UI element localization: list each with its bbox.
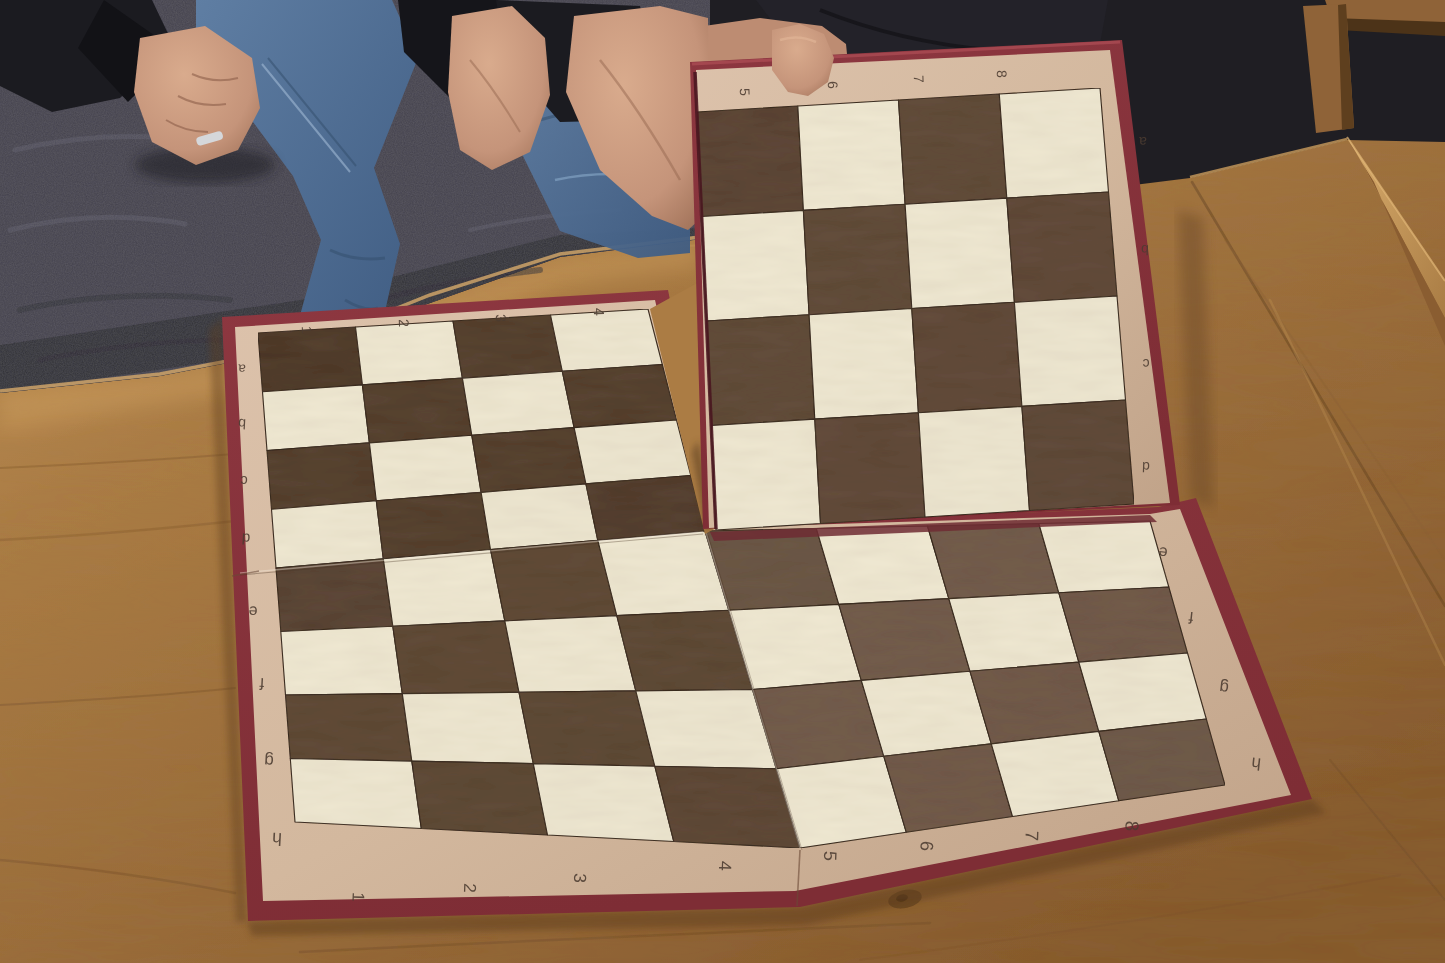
square-d5: [711, 419, 820, 530]
square-d2: [376, 492, 490, 558]
square-d3: [481, 484, 598, 550]
square-a5: [697, 106, 803, 217]
coord-label-raised-top-numbers-3: 8: [994, 70, 1010, 79]
square-g7: [970, 662, 1099, 744]
square-e6: [816, 526, 949, 604]
square-g8: [1079, 653, 1207, 731]
square-h4: [655, 766, 800, 848]
coord-label-flat-right-letters-2: g: [1218, 678, 1229, 698]
photo-scene: 12345678abcdefgh12345678efghabcd: [0, 0, 1445, 963]
square-a2: [356, 321, 463, 385]
coord-label-raised-right-letters-2: c: [1142, 356, 1150, 372]
square-a6: [798, 100, 905, 210]
square-f8: [1059, 587, 1188, 662]
coord-label-left-letters-6: g: [264, 751, 274, 770]
square-h2: [412, 761, 548, 835]
square-f2: [393, 621, 519, 694]
square-a7: [899, 94, 1007, 204]
coord-label-flat-top-numbers-1: 2: [396, 319, 412, 328]
square-b1: [263, 385, 370, 451]
square-a3: [453, 315, 562, 378]
square-g4: [636, 690, 777, 769]
scene-canvas: 12345678abcdefgh12345678efghabcd: [0, 0, 1445, 963]
square-c5: [707, 315, 815, 426]
coord-label-bottom-numbers-3: 4: [715, 861, 735, 872]
square-h3: [533, 764, 674, 842]
coord-label-bottom-numbers-7: 8: [1121, 820, 1142, 831]
square-b8: [1007, 192, 1117, 302]
coord-label-raised-right-letters-0: a: [1139, 134, 1148, 150]
square-d8: [1022, 400, 1134, 511]
square-c1: [267, 443, 376, 509]
coord-label-left-letters-4: e: [248, 603, 258, 620]
coord-label-flat-top-numbers-3: 4: [591, 308, 607, 317]
coord-label-left-letters-0: a: [237, 361, 246, 376]
coord-label-left-letters-2: c: [240, 473, 248, 489]
coord-label-raised-right-letters-1: b: [1141, 242, 1150, 258]
square-h1: [290, 759, 421, 829]
coord-label-bottom-numbers-0: 1: [348, 892, 367, 902]
square-g1: [286, 694, 412, 762]
coord-label-left-letters-3: d: [241, 530, 250, 547]
coord-label-flat-top-numbers-2: 3: [493, 314, 509, 323]
square-f6: [839, 599, 970, 681]
coord-label-bottom-numbers-6: 7: [1021, 830, 1042, 841]
coord-label-raised-top-numbers-1: 6: [825, 81, 841, 90]
coord-label-flat-right-letters-0: e: [1158, 544, 1169, 562]
coord-label-bottom-numbers-4: 5: [820, 851, 840, 862]
square-c3: [472, 428, 586, 493]
square-b4: [562, 365, 676, 428]
coord-label-raised-top-numbers-0: 5: [737, 88, 753, 97]
square-a4: [551, 309, 663, 371]
square-d7: [918, 406, 1029, 517]
square-f1: [281, 626, 403, 695]
square-c4: [574, 420, 691, 484]
square-e7: [928, 524, 1059, 599]
coord-label-bottom-numbers-2: 3: [570, 873, 590, 883]
square-b7: [905, 198, 1014, 308]
square-d4: [586, 476, 705, 541]
square-b5: [702, 210, 809, 321]
square-f7: [949, 593, 1079, 672]
raised-squares: [697, 88, 1134, 530]
coord-label-raised-right-letters-3: d: [1142, 459, 1150, 475]
square-h7: [991, 731, 1119, 816]
square-c8: [1014, 296, 1125, 406]
coord-label-flat-top-numbers-0: 1: [299, 326, 315, 335]
square-a1: [258, 327, 362, 392]
square-g3: [519, 691, 655, 766]
coord-label-left-letters-1: b: [238, 416, 247, 432]
coord-label-left-letters-7: h: [272, 829, 283, 849]
coord-label-bottom-numbers-5: 6: [916, 841, 937, 852]
square-b3: [462, 371, 574, 435]
square-d1: [272, 501, 384, 568]
coord-label-raised-top-numbers-2: 7: [911, 75, 927, 84]
square-c7: [912, 302, 1022, 413]
square-g6: [861, 671, 991, 756]
square-e3: [491, 540, 617, 621]
square-g2: [402, 692, 533, 763]
square-c6: [809, 309, 918, 420]
square-d6: [815, 413, 925, 524]
square-h6: [884, 744, 1013, 832]
square-b6: [803, 204, 911, 314]
square-c2: [369, 435, 481, 501]
square-e8: [1039, 521, 1169, 593]
board-raised-panel: [690, 40, 1180, 530]
coord-label-bottom-numbers-1: 2: [460, 883, 480, 893]
square-f3: [505, 616, 636, 693]
square-b2: [362, 378, 471, 443]
square-a8: [999, 88, 1108, 198]
